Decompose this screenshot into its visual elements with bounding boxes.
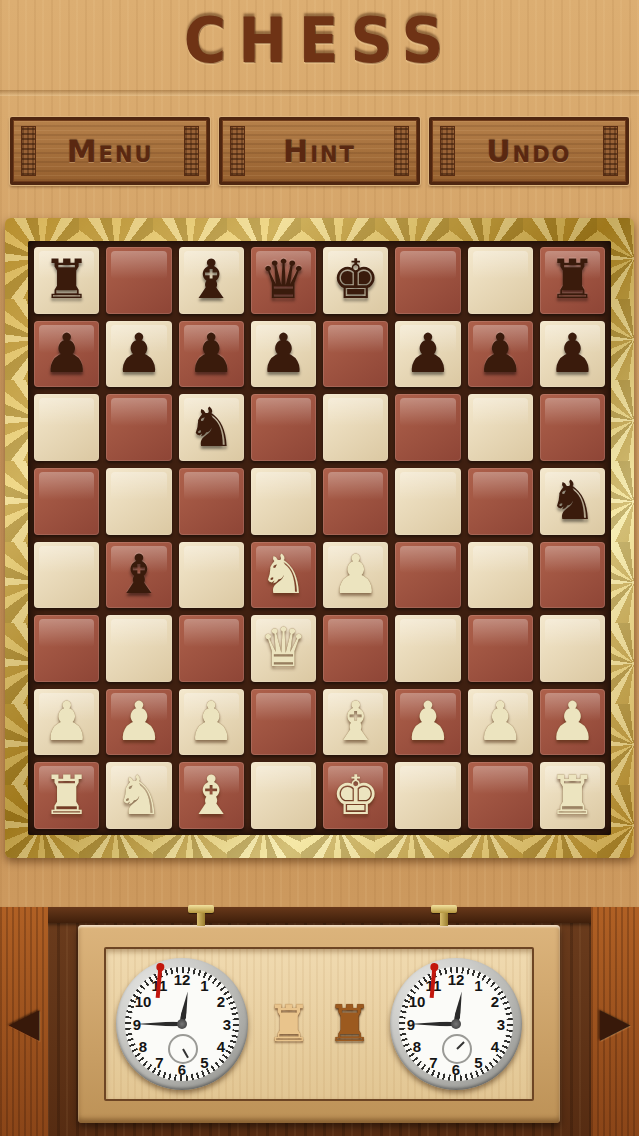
square-d7[interactable]: ♟ [251,321,316,388]
piece-white-bishop: ♝ [331,695,379,749]
square-b1[interactable]: ♞ [106,762,171,829]
black-clock-center-cap [451,1019,461,1029]
piece-black-knight: ♞ [187,401,235,455]
square-e2[interactable]: ♝ [323,689,388,756]
square-b7[interactable]: ♟ [106,321,171,388]
clock-numeral-3: 3 [217,1014,237,1034]
square-g6[interactable] [468,394,533,461]
piece-black-pawn: ♟ [476,327,524,381]
square-e5[interactable] [323,468,388,535]
chess-clock: 121234567891011 ♜ ♜ 121234567891011 [78,925,560,1123]
square-c8[interactable]: ♝ [179,247,244,314]
piece-black-bishop: ♝ [187,253,235,307]
square-e3[interactable] [323,615,388,682]
hint-button-face: Hint [222,120,416,182]
piece-black-pawn: ♟ [259,327,307,381]
square-b8[interactable] [106,247,171,314]
board-gold-frame: ♜♝♛♚♜♟♟♟♟♟♟♟♞♞♝♞♟♛♟♟♟♝♟♟♟♜♞♝♚♜ [5,218,634,858]
square-c4[interactable] [179,542,244,609]
square-e8[interactable]: ♚ [323,247,388,314]
square-g7[interactable]: ♟ [468,321,533,388]
piece-black-pawn: ♟ [404,327,452,381]
side-indicator-rooks: ♜ ♜ [266,999,372,1049]
black-clock-button[interactable] [431,905,457,913]
square-b3[interactable] [106,615,171,682]
piece-white-pawn: ♟ [476,695,524,749]
square-g5[interactable] [468,468,533,535]
square-f1[interactable] [395,762,460,829]
piece-white-pawn: ♟ [404,695,452,749]
square-d6[interactable] [251,394,316,461]
square-a5[interactable] [34,468,99,535]
black-clock-subdial-hand [456,1041,464,1049]
piece-white-bishop: ♝ [187,769,235,823]
right-arrow-icon: ▶ [600,1002,631,1042]
board: ♜♝♛♚♜♟♟♟♟♟♟♟♞♞♝♞♟♛♟♟♟♝♟♟♟♜♞♝♚♜ [34,247,605,829]
white-clock-subdial [168,1034,198,1064]
square-h4[interactable] [540,542,605,609]
menu-button-face: Menu [13,120,207,182]
undo-button[interactable]: Undo [429,117,629,185]
square-h3[interactable] [540,615,605,682]
clock-panel: ◀ ▶ 121234567891011 [0,907,639,1136]
clock-numeral-3: 3 [491,1014,511,1034]
piece-white-rook: ♜ [548,769,596,823]
square-a4[interactable] [34,542,99,609]
undo-button-face: Undo [432,120,626,182]
piece-black-bishop: ♝ [115,548,163,602]
white-clock-button[interactable] [188,905,214,913]
clock-numeral-2: 2 [485,992,505,1012]
page-title: CHESS [0,3,639,76]
clock-numeral-12: 12 [172,969,192,989]
square-d4[interactable]: ♞ [251,542,316,609]
square-c6[interactable]: ♞ [179,394,244,461]
square-d3[interactable]: ♛ [251,615,316,682]
square-f3[interactable] [395,615,460,682]
piece-white-knight: ♞ [115,769,163,823]
square-c2[interactable]: ♟ [179,689,244,756]
square-f5[interactable] [395,468,460,535]
piece-white-queen: ♛ [259,621,307,675]
black-clock-subdial [442,1034,472,1064]
next-arrow-button[interactable]: ▶ [591,907,639,1136]
piece-black-pawn: ♟ [115,327,163,381]
square-g2[interactable]: ♟ [468,689,533,756]
piece-white-pawn: ♟ [548,695,596,749]
white-clock-center-cap [177,1019,187,1029]
piece-white-pawn: ♟ [42,695,90,749]
left-arrow-icon: ◀ [9,1002,40,1042]
piece-white-king: ♚ [331,769,379,823]
square-d5[interactable] [251,468,316,535]
square-e1[interactable]: ♚ [323,762,388,829]
chess-clock-inner: 121234567891011 ♜ ♜ 121234567891011 [104,947,534,1101]
square-e7[interactable] [323,321,388,388]
piece-black-pawn: ♟ [548,327,596,381]
wood-seam [0,90,639,96]
toolbar: Menu Hint Undo [10,117,629,185]
piece-black-queen: ♛ [259,253,307,307]
square-d2[interactable] [251,689,316,756]
white-clock-subdial-hand [182,1049,189,1059]
prev-arrow-button[interactable]: ◀ [0,907,48,1136]
square-a1[interactable]: ♜ [34,762,99,829]
square-f2[interactable]: ♟ [395,689,460,756]
piece-white-pawn: ♟ [115,695,163,749]
square-a7[interactable]: ♟ [34,321,99,388]
square-b4[interactable]: ♝ [106,542,171,609]
black-clock-face: 121234567891011 [390,958,522,1090]
square-b6[interactable] [106,394,171,461]
square-a8[interactable]: ♜ [34,247,99,314]
clock-numeral-5: 5 [469,1053,489,1073]
square-d1[interactable] [251,762,316,829]
piece-black-pawn: ♟ [187,327,235,381]
square-c7[interactable]: ♟ [179,321,244,388]
clock-numeral-12: 12 [446,969,466,989]
piece-white-pawn: ♟ [331,548,379,602]
square-h6[interactable] [540,394,605,461]
square-g8[interactable] [468,247,533,314]
square-b5[interactable] [106,468,171,535]
white-clock-face: 121234567891011 [116,958,248,1090]
clock-numeral-5: 5 [195,1053,215,1073]
clock-numeral-8: 8 [407,1037,427,1057]
menu-button[interactable]: Menu [10,117,210,185]
square-g4[interactable] [468,542,533,609]
undo-button-label: Undo [486,134,571,169]
square-f4[interactable] [395,542,460,609]
square-h1[interactable]: ♜ [540,762,605,829]
square-g1[interactable] [468,762,533,829]
chess-app: CHESS Menu Hint Undo ♜♝♛♚♜♟♟♟♟♟♟♟♞♞♝♞♟♛♟… [0,0,639,1136]
piece-black-knight: ♞ [548,474,596,528]
piece-black-pawn: ♟ [42,327,90,381]
square-a2[interactable]: ♟ [34,689,99,756]
menu-button-label: Menu [67,134,154,169]
square-g3[interactable] [468,615,533,682]
square-h5[interactable]: ♞ [540,468,605,535]
clock-panel-top-bar [0,907,639,923]
square-e6[interactable] [323,394,388,461]
square-h7[interactable]: ♟ [540,321,605,388]
piece-black-rook: ♜ [548,253,596,307]
piece-black-rook: ♜ [42,253,90,307]
square-b2[interactable]: ♟ [106,689,171,756]
square-c3[interactable] [179,615,244,682]
black-rook-icon: ♜ [327,999,372,1049]
piece-white-rook: ♜ [42,769,90,823]
square-a6[interactable] [34,394,99,461]
square-c5[interactable] [179,468,244,535]
square-c1[interactable]: ♝ [179,762,244,829]
piece-white-pawn: ♟ [187,695,235,749]
piece-white-knight: ♞ [259,548,307,602]
square-d8[interactable]: ♛ [251,247,316,314]
piece-black-king: ♚ [331,253,379,307]
hint-button-label: Hint [283,134,356,169]
square-h2[interactable]: ♟ [540,689,605,756]
clock-numeral-8: 8 [133,1037,153,1057]
square-f7[interactable]: ♟ [395,321,460,388]
square-f8[interactable] [395,247,460,314]
square-a3[interactable] [34,615,99,682]
square-f6[interactable] [395,394,460,461]
square-e4[interactable]: ♟ [323,542,388,609]
square-h8[interactable]: ♜ [540,247,605,314]
clock-numeral-2: 2 [211,992,231,1012]
hint-button[interactable]: Hint [219,117,419,185]
white-rook-icon: ♜ [266,999,311,1049]
